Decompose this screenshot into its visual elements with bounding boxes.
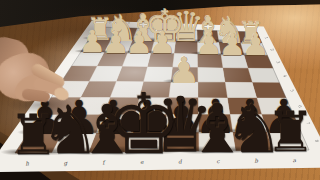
player-hand xyxy=(0,0,320,180)
scene: hgfedcbahgfedcba12345678 ♜♞♝♛♚♝♞♜♟♟♟♟♟♟♟… xyxy=(0,0,320,180)
